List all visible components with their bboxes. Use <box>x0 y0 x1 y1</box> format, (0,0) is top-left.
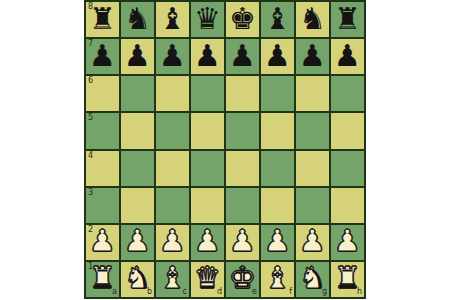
square-b3[interactable] <box>121 188 154 223</box>
square-b8[interactable]: ♞ <box>121 2 154 37</box>
chess-app-screen: 8♜♞♝♛♚♝♞♜7♟♟♟♟♟♟♟♟65432♟♟♟♟♟♟♟♟1a♜b♞c♝d♛… <box>0 0 450 300</box>
square-e4[interactable] <box>226 151 259 186</box>
square-c4[interactable] <box>156 151 189 186</box>
square-b6[interactable] <box>121 76 154 111</box>
black-knight[interactable]: ♞ <box>299 4 326 34</box>
square-f4[interactable] <box>261 151 294 186</box>
white-pawn[interactable]: ♟ <box>334 226 361 256</box>
square-f5[interactable] <box>261 113 294 148</box>
square-d3[interactable] <box>191 188 224 223</box>
square-a6[interactable]: 6 <box>86 76 119 111</box>
black-pawn[interactable]: ♟ <box>124 41 151 71</box>
file-label-f: f <box>289 288 292 296</box>
square-a8[interactable]: 8♜ <box>86 2 119 37</box>
square-g8[interactable]: ♞ <box>296 2 329 37</box>
rank-label-4: 4 <box>88 152 93 160</box>
square-g5[interactable] <box>296 113 329 148</box>
square-d2[interactable]: ♟ <box>191 225 224 260</box>
square-g7[interactable]: ♟ <box>296 39 329 74</box>
file-label-b: b <box>147 288 152 296</box>
square-h8[interactable]: ♜ <box>331 2 364 37</box>
black-knight[interactable]: ♞ <box>124 4 151 34</box>
black-king[interactable]: ♚ <box>229 4 256 34</box>
square-d4[interactable] <box>191 151 224 186</box>
square-b7[interactable]: ♟ <box>121 39 154 74</box>
square-b2[interactable]: ♟ <box>121 225 154 260</box>
rank-label-8: 8 <box>88 3 93 11</box>
square-f2[interactable]: ♟ <box>261 225 294 260</box>
chess-board: 8♜♞♝♛♚♝♞♜7♟♟♟♟♟♟♟♟65432♟♟♟♟♟♟♟♟1a♜b♞c♝d♛… <box>84 0 366 299</box>
black-pawn[interactable]: ♟ <box>159 41 186 71</box>
square-c1[interactable]: c♝ <box>156 262 189 297</box>
rank-label-2: 2 <box>88 226 93 234</box>
file-label-e: e <box>252 288 257 296</box>
black-queen[interactable]: ♛ <box>194 4 221 34</box>
square-h5[interactable] <box>331 113 364 148</box>
square-h3[interactable] <box>331 188 364 223</box>
square-c2[interactable]: ♟ <box>156 225 189 260</box>
file-label-d: d <box>217 288 222 296</box>
file-label-h: h <box>357 288 362 296</box>
white-pawn[interactable]: ♟ <box>299 226 326 256</box>
square-g2[interactable]: ♟ <box>296 225 329 260</box>
white-pawn[interactable]: ♟ <box>264 226 291 256</box>
white-pawn[interactable]: ♟ <box>229 226 256 256</box>
square-c7[interactable]: ♟ <box>156 39 189 74</box>
square-c3[interactable] <box>156 188 189 223</box>
square-h2[interactable]: ♟ <box>331 225 364 260</box>
rank-label-7: 7 <box>88 40 93 48</box>
square-a1[interactable]: 1a♜ <box>86 262 119 297</box>
square-a5[interactable]: 5 <box>86 113 119 148</box>
square-e8[interactable]: ♚ <box>226 2 259 37</box>
square-c5[interactable] <box>156 113 189 148</box>
square-a4[interactable]: 4 <box>86 151 119 186</box>
black-pawn[interactable]: ♟ <box>334 41 361 71</box>
square-h1[interactable]: h♜ <box>331 262 364 297</box>
white-pawn[interactable]: ♟ <box>194 226 221 256</box>
square-e7[interactable]: ♟ <box>226 39 259 74</box>
square-d7[interactable]: ♟ <box>191 39 224 74</box>
square-a7[interactable]: 7♟ <box>86 39 119 74</box>
black-pawn[interactable]: ♟ <box>194 41 221 71</box>
square-d1[interactable]: d♛ <box>191 262 224 297</box>
rank-label-3: 3 <box>88 189 93 197</box>
square-h6[interactable] <box>331 76 364 111</box>
square-h4[interactable] <box>331 151 364 186</box>
square-e2[interactable]: ♟ <box>226 225 259 260</box>
black-pawn[interactable]: ♟ <box>229 41 256 71</box>
rank-label-6: 6 <box>88 77 93 85</box>
square-b5[interactable] <box>121 113 154 148</box>
square-f8[interactable]: ♝ <box>261 2 294 37</box>
file-label-g: g <box>322 288 327 296</box>
square-d5[interactable] <box>191 113 224 148</box>
black-pawn[interactable]: ♟ <box>299 41 326 71</box>
black-bishop[interactable]: ♝ <box>264 4 291 34</box>
square-b1[interactable]: b♞ <box>121 262 154 297</box>
file-label-c: c <box>183 288 187 296</box>
square-c8[interactable]: ♝ <box>156 2 189 37</box>
square-d8[interactable]: ♛ <box>191 2 224 37</box>
file-label-a: a <box>112 288 117 296</box>
square-f1[interactable]: f♝ <box>261 262 294 297</box>
square-b4[interactable] <box>121 151 154 186</box>
square-g3[interactable] <box>296 188 329 223</box>
square-d6[interactable] <box>191 76 224 111</box>
square-g4[interactable] <box>296 151 329 186</box>
square-f6[interactable] <box>261 76 294 111</box>
square-a2[interactable]: 2♟ <box>86 225 119 260</box>
black-bishop[interactable]: ♝ <box>159 4 186 34</box>
rank-label-5: 5 <box>88 114 93 122</box>
square-g6[interactable] <box>296 76 329 111</box>
white-bishop[interactable]: ♝ <box>264 263 291 293</box>
white-pawn[interactable]: ♟ <box>124 226 151 256</box>
square-e6[interactable] <box>226 76 259 111</box>
square-e3[interactable] <box>226 188 259 223</box>
rank-label-1: 1 <box>88 263 93 271</box>
square-c6[interactable] <box>156 76 189 111</box>
square-g1[interactable]: g♞ <box>296 262 329 297</box>
square-f3[interactable] <box>261 188 294 223</box>
black-rook[interactable]: ♜ <box>334 4 361 34</box>
square-h7[interactable]: ♟ <box>331 39 364 74</box>
square-e1[interactable]: e♚ <box>226 262 259 297</box>
square-a3[interactable]: 3 <box>86 188 119 223</box>
white-pawn[interactable]: ♟ <box>159 226 186 256</box>
black-pawn[interactable]: ♟ <box>264 41 291 71</box>
square-f7[interactable]: ♟ <box>261 39 294 74</box>
square-e5[interactable] <box>226 113 259 148</box>
